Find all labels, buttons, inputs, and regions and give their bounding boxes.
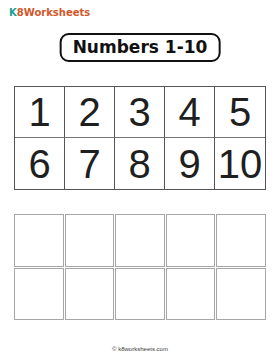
empty-cell [216,214,266,267]
logo-worksheets: Worksheets [24,7,91,18]
number-cell-9: 9 [165,138,215,189]
empty-cell [14,268,64,321]
number-cell-10: 10 [215,138,265,189]
numbers-chart-grid: 1 2 3 4 5 6 7 8 9 10 [14,86,266,190]
empty-cell [14,214,64,267]
empty-cell [166,268,216,321]
number-cell-7: 7 [65,138,115,189]
empty-cell [115,214,165,267]
empty-cell [216,268,266,321]
empty-cell [65,268,115,321]
empty-cell [166,214,216,267]
number-cell-6: 6 [15,138,65,189]
practice-grid [14,214,266,320]
page-title: Numbers 1-10 [73,37,208,57]
k8worksheets-logo: K8Worksheets [9,7,90,18]
number-cell-8: 8 [115,138,165,189]
number-cell-3: 3 [115,87,165,138]
worksheet-title-box: Numbers 1-10 [60,33,221,62]
copyright-footer: © k8worksheets.com [0,346,280,352]
number-cell-4: 4 [165,87,215,138]
empty-cell [65,214,115,267]
empty-cell [115,268,165,321]
logo-k: K [9,7,17,18]
number-cell-5: 5 [215,87,265,138]
logo-8: 8 [17,7,24,18]
number-cell-2: 2 [65,87,115,138]
number-cell-1: 1 [15,87,65,138]
worksheet-page: K8Worksheets Numbers 1-10 1 2 3 4 5 6 7 … [0,0,280,360]
